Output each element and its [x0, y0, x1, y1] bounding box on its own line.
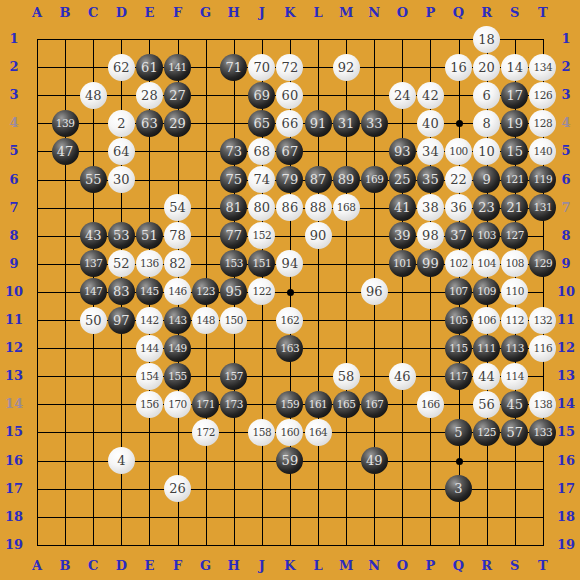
move-number: 110: [505, 285, 524, 298]
stone-black-167-N14: 167: [361, 391, 388, 418]
move-number: 94: [282, 257, 299, 270]
stone-white-112-S11: 112: [501, 307, 528, 334]
stone-black-63-E4: 63: [136, 110, 163, 137]
stone-black-143-F11: 143: [164, 307, 191, 334]
stone-black-157-H13: 157: [220, 363, 247, 390]
stone-black-49-N16: 49: [361, 447, 388, 474]
move-number: 36: [450, 201, 467, 214]
move-number: 22: [450, 173, 467, 186]
move-number: 102: [449, 257, 468, 270]
row-label-left-13: 13: [2, 369, 26, 383]
move-number: 48: [85, 89, 102, 102]
stone-white-172-G15: 172: [192, 419, 219, 446]
move-number: 163: [281, 342, 300, 355]
stone-black-75-H6: 75: [220, 166, 247, 193]
move-number: 98: [422, 229, 439, 242]
move-number: 28: [141, 89, 158, 102]
move-number: 154: [140, 370, 159, 383]
stone-white-38-P7: 38: [417, 194, 444, 221]
row-label-right-10: 10: [554, 285, 578, 299]
stone-black-33-N4: 33: [361, 110, 388, 137]
stone-white-86-K7: 86: [276, 194, 303, 221]
row-label-left-6: 6: [2, 173, 26, 187]
stone-black-45-S14: 45: [501, 391, 528, 418]
column-label-bottom-G: G: [194, 559, 218, 573]
move-number: 83: [113, 285, 130, 298]
row-label-right-17: 17: [554, 482, 578, 496]
stone-white-54-F7: 54: [164, 194, 191, 221]
stone-white-108-S9: 108: [501, 250, 528, 277]
move-number: 24: [394, 89, 411, 102]
move-number: 4: [117, 454, 125, 467]
column-label-bottom-P: P: [418, 559, 442, 573]
stone-white-26-F17: 26: [164, 475, 191, 502]
stone-black-77-H8: 77: [220, 222, 247, 249]
stone-white-126-T3: 126: [529, 82, 556, 109]
column-label-top-D: D: [109, 6, 133, 20]
stone-white-148-G11: 148: [192, 307, 219, 334]
row-label-left-12: 12: [2, 341, 26, 355]
move-number: 55: [85, 173, 102, 186]
move-number: 91: [310, 117, 327, 130]
move-number: 67: [282, 145, 299, 158]
move-number: 3: [454, 482, 462, 495]
move-number: 69: [254, 89, 271, 102]
move-number: 143: [168, 314, 187, 327]
move-number: 168: [337, 201, 356, 214]
move-number: 51: [141, 229, 158, 242]
stone-black-125-R15: 125: [473, 419, 500, 446]
move-number: 46: [394, 370, 411, 383]
stone-black-133-T15: 133: [529, 419, 556, 446]
stone-white-102-Q9: 102: [445, 250, 472, 277]
row-label-right-15: 15: [554, 425, 578, 439]
stone-white-152-J8: 152: [248, 222, 275, 249]
row-label-right-6: 6: [554, 173, 578, 187]
row-label-left-8: 8: [2, 229, 26, 243]
move-number: 149: [168, 342, 187, 355]
column-label-bottom-R: R: [475, 559, 499, 573]
stone-black-99-P9: 99: [417, 250, 444, 277]
move-number: 15: [506, 145, 523, 158]
column-label-top-E: E: [137, 6, 161, 20]
stone-white-140-T5: 140: [529, 138, 556, 165]
move-number: 20: [478, 61, 495, 74]
stone-white-90-L8: 90: [305, 222, 332, 249]
move-number: 96: [366, 285, 383, 298]
column-label-bottom-N: N: [362, 559, 386, 573]
move-number: 44: [478, 370, 495, 383]
move-number: 89: [338, 173, 355, 186]
move-number: 155: [168, 370, 187, 383]
move-number: 133: [534, 426, 553, 439]
move-number: 39: [394, 229, 411, 242]
row-label-right-5: 5: [554, 144, 578, 158]
move-number: 137: [84, 257, 103, 270]
stone-black-57-S15: 57: [501, 419, 528, 446]
stone-white-50-C11: 50: [80, 307, 107, 334]
stone-black-173-H14: 173: [220, 391, 247, 418]
stone-black-151-J9: 151: [248, 250, 275, 277]
stone-black-19-S4: 19: [501, 110, 528, 137]
stone-black-131-T7: 131: [529, 194, 556, 221]
row-label-right-12: 12: [554, 341, 578, 355]
stone-black-137-C9: 137: [80, 250, 107, 277]
move-number: 93: [394, 145, 411, 158]
move-number: 54: [169, 201, 186, 214]
row-label-left-19: 19: [2, 538, 26, 552]
move-number: 75: [225, 173, 242, 186]
stone-black-105-Q11: 105: [445, 307, 472, 334]
column-label-top-N: N: [362, 6, 386, 20]
stone-white-128-T4: 128: [529, 110, 556, 137]
column-label-top-P: P: [418, 6, 442, 20]
stone-black-81-H7: 81: [220, 194, 247, 221]
board-horizontal-line: [37, 517, 544, 518]
move-number: 52: [113, 257, 130, 270]
column-label-bottom-Q: Q: [447, 559, 471, 573]
stone-black-31-M4: 31: [333, 110, 360, 137]
move-number: 74: [254, 173, 271, 186]
stone-black-103-R8: 103: [473, 222, 500, 249]
stone-black-117-Q13: 117: [445, 363, 472, 390]
stone-white-6-R3: 6: [473, 82, 500, 109]
stone-black-3-Q17: 3: [445, 475, 472, 502]
move-number: 109: [477, 285, 496, 298]
move-number: 63: [141, 117, 158, 130]
stone-white-72-K2: 72: [276, 54, 303, 81]
row-label-left-9: 9: [2, 257, 26, 271]
stone-white-62-D2: 62: [108, 54, 135, 81]
stone-black-53-D8: 53: [108, 222, 135, 249]
stone-white-22-Q6: 22: [445, 166, 472, 193]
stone-black-129-T9: 129: [529, 250, 556, 277]
column-label-bottom-O: O: [390, 559, 414, 573]
stone-white-156-E14: 156: [136, 391, 163, 418]
move-number: 14: [506, 61, 523, 74]
move-number: 70: [254, 61, 271, 74]
column-label-top-B: B: [53, 6, 77, 20]
move-number: 122: [253, 285, 272, 298]
move-number: 17: [506, 89, 523, 102]
move-number: 10: [478, 145, 495, 158]
row-label-left-11: 11: [2, 313, 26, 327]
stone-white-162-K11: 162: [276, 307, 303, 334]
row-label-left-7: 7: [2, 201, 26, 215]
move-number: 134: [534, 61, 553, 74]
stone-white-166-P14: 166: [417, 391, 444, 418]
move-number: 166: [421, 398, 440, 411]
stone-white-80-J7: 80: [248, 194, 275, 221]
move-number: 60: [282, 89, 299, 102]
stone-white-122-J10: 122: [248, 278, 275, 305]
stone-white-116-T12: 116: [529, 335, 556, 362]
stone-white-48-C3: 48: [80, 82, 107, 109]
move-number: 92: [338, 61, 355, 74]
stone-black-51-E8: 51: [136, 222, 163, 249]
stone-white-34-P5: 34: [417, 138, 444, 165]
move-number: 38: [422, 201, 439, 214]
stone-black-69-J3: 69: [248, 82, 275, 109]
column-label-top-R: R: [475, 6, 499, 20]
move-number: 139: [56, 117, 75, 130]
stone-white-160-K15: 160: [276, 419, 303, 446]
move-number: 150: [224, 314, 243, 327]
move-number: 43: [85, 229, 102, 242]
stone-white-44-R13: 44: [473, 363, 500, 390]
row-label-right-14: 14: [554, 397, 578, 411]
stone-black-87-L6: 87: [305, 166, 332, 193]
star-point-K10: [287, 289, 294, 296]
stone-black-107-Q10: 107: [445, 278, 472, 305]
move-number: 140: [534, 145, 553, 158]
stone-white-18-R1: 18: [473, 26, 500, 53]
stone-white-138-T14: 138: [529, 391, 556, 418]
row-label-right-9: 9: [554, 257, 578, 271]
stone-white-168-M7: 168: [333, 194, 360, 221]
move-number: 31: [338, 117, 355, 130]
move-number: 157: [224, 370, 243, 383]
stone-black-165-M14: 165: [333, 391, 360, 418]
move-number: 50: [85, 314, 102, 327]
stone-black-83-D10: 83: [108, 278, 135, 305]
move-number: 169: [365, 173, 384, 186]
stone-black-73-H5: 73: [220, 138, 247, 165]
stone-black-59-K16: 59: [276, 447, 303, 474]
stone-white-66-K4: 66: [276, 110, 303, 137]
move-number: 30: [113, 173, 130, 186]
stone-black-155-F13: 155: [164, 363, 191, 390]
move-number: 144: [140, 342, 159, 355]
stone-black-113-S12: 113: [501, 335, 528, 362]
stone-black-161-L14: 161: [305, 391, 332, 418]
stone-white-8-R4: 8: [473, 110, 500, 137]
board-vertical-line: [402, 39, 403, 546]
row-label-left-10: 10: [2, 285, 26, 299]
move-number: 49: [366, 454, 383, 467]
row-label-left-5: 5: [2, 144, 26, 158]
row-label-right-4: 4: [554, 116, 578, 130]
move-number: 103: [477, 229, 496, 242]
move-number: 90: [310, 229, 327, 242]
stone-black-29-F4: 29: [164, 110, 191, 137]
stone-black-79-K6: 79: [276, 166, 303, 193]
stone-white-20-R2: 20: [473, 54, 500, 81]
move-number: 106: [477, 314, 496, 327]
row-label-left-16: 16: [2, 454, 26, 468]
stone-white-2-D4: 2: [108, 110, 135, 137]
stone-white-4-D16: 4: [108, 447, 135, 474]
move-number: 18: [478, 33, 495, 46]
stone-black-21-S7: 21: [501, 194, 528, 221]
stone-black-43-C8: 43: [80, 222, 107, 249]
stone-white-100-Q5: 100: [445, 138, 472, 165]
stone-white-114-S13: 114: [501, 363, 528, 390]
column-label-bottom-D: D: [109, 559, 133, 573]
stone-black-27-F3: 27: [164, 82, 191, 109]
stone-white-68-J5: 68: [248, 138, 275, 165]
stone-white-164-L15: 164: [305, 419, 332, 446]
move-number: 128: [534, 117, 553, 130]
row-label-left-1: 1: [2, 32, 26, 46]
move-number: 121: [505, 173, 524, 186]
move-number: 123: [196, 285, 215, 298]
move-number: 126: [534, 89, 553, 102]
column-label-top-J: J: [250, 6, 274, 20]
column-label-top-K: K: [278, 6, 302, 20]
stone-black-111-R12: 111: [473, 335, 500, 362]
move-number: 88: [310, 201, 327, 214]
stone-white-104-R9: 104: [473, 250, 500, 277]
stone-black-171-G14: 171: [192, 391, 219, 418]
move-number: 101: [393, 257, 412, 270]
stone-white-28-E3: 28: [136, 82, 163, 109]
stone-white-98-P8: 98: [417, 222, 444, 249]
row-label-left-15: 15: [2, 425, 26, 439]
move-number: 64: [113, 145, 130, 158]
stone-black-41-O7: 41: [389, 194, 416, 221]
move-number: 151: [253, 257, 272, 270]
column-label-bottom-M: M: [334, 559, 358, 573]
move-number: 158: [253, 426, 272, 439]
stone-black-9-R6: 9: [473, 166, 500, 193]
move-number: 59: [282, 454, 299, 467]
move-number: 65: [254, 117, 271, 130]
move-number: 23: [478, 201, 495, 214]
stone-black-97-D11: 97: [108, 307, 135, 334]
move-number: 117: [449, 370, 468, 383]
row-label-left-17: 17: [2, 482, 26, 496]
row-label-right-1: 1: [554, 32, 578, 46]
column-label-bottom-A: A: [25, 559, 49, 573]
move-number: 113: [505, 342, 524, 355]
stone-white-60-K3: 60: [276, 82, 303, 109]
stone-white-74-J6: 74: [248, 166, 275, 193]
move-number: 27: [169, 89, 186, 102]
stone-black-145-E10: 145: [136, 278, 163, 305]
row-label-left-4: 4: [2, 116, 26, 130]
stone-white-30-D6: 30: [108, 166, 135, 193]
stone-white-142-E11: 142: [136, 307, 163, 334]
star-point-Q16: [456, 458, 463, 465]
stone-white-52-D9: 52: [108, 250, 135, 277]
row-label-right-18: 18: [554, 510, 578, 524]
stone-white-82-F9: 82: [164, 250, 191, 277]
move-number: 167: [365, 398, 384, 411]
move-number: 119: [534, 173, 553, 186]
row-label-right-13: 13: [554, 369, 578, 383]
move-number: 104: [477, 257, 496, 270]
stone-black-109-R10: 109: [473, 278, 500, 305]
move-number: 148: [196, 314, 215, 327]
move-number: 112: [505, 314, 524, 327]
stone-white-110-S10: 110: [501, 278, 528, 305]
move-number: 171: [196, 398, 215, 411]
move-number: 34: [422, 145, 439, 158]
move-number: 47: [57, 145, 74, 158]
stone-black-15-S5: 15: [501, 138, 528, 165]
column-label-bottom-S: S: [503, 559, 527, 573]
move-number: 80: [254, 201, 271, 214]
move-number: 165: [337, 398, 356, 411]
column-label-bottom-F: F: [166, 559, 190, 573]
stone-white-134-T2: 134: [529, 54, 556, 81]
move-number: 116: [534, 342, 553, 355]
move-number: 73: [225, 145, 242, 158]
move-number: 19: [506, 117, 523, 130]
column-label-bottom-E: E: [137, 559, 161, 573]
row-label-right-8: 8: [554, 229, 578, 243]
stone-black-25-O6: 25: [389, 166, 416, 193]
column-label-top-Q: Q: [447, 6, 471, 20]
stone-black-5-Q15: 5: [445, 419, 472, 446]
move-number: 127: [505, 229, 524, 242]
move-number: 161: [309, 398, 328, 411]
stone-white-150-H11: 150: [220, 307, 247, 334]
move-number: 8: [482, 117, 490, 130]
move-number: 99: [422, 257, 439, 270]
row-label-left-2: 2: [2, 60, 26, 74]
stone-black-101-O9: 101: [389, 250, 416, 277]
move-number: 86: [282, 201, 299, 214]
stone-black-47-B5: 47: [52, 138, 79, 165]
stone-black-121-S6: 121: [501, 166, 528, 193]
move-number: 136: [140, 257, 159, 270]
stone-white-94-K9: 94: [276, 250, 303, 277]
move-number: 129: [534, 257, 553, 270]
stone-black-163-K12: 163: [276, 335, 303, 362]
column-label-bottom-T: T: [531, 559, 555, 573]
stone-black-169-N6: 169: [361, 166, 388, 193]
row-label-left-3: 3: [2, 88, 26, 102]
move-number: 142: [140, 314, 159, 327]
move-number: 77: [225, 229, 242, 242]
row-label-right-3: 3: [554, 88, 578, 102]
move-number: 115: [449, 342, 468, 355]
move-number: 111: [477, 342, 496, 355]
stone-black-139-B4: 139: [52, 110, 79, 137]
column-label-top-F: F: [166, 6, 190, 20]
move-number: 68: [254, 145, 271, 158]
column-label-bottom-J: J: [250, 559, 274, 573]
board-horizontal-line: [37, 545, 544, 546]
move-number: 40: [422, 117, 439, 130]
stone-white-10-R5: 10: [473, 138, 500, 165]
move-number: 173: [224, 398, 243, 411]
column-label-bottom-L: L: [306, 559, 330, 573]
move-number: 131: [534, 201, 553, 214]
column-label-top-C: C: [81, 6, 105, 20]
move-number: 153: [224, 257, 243, 270]
row-label-left-18: 18: [2, 510, 26, 524]
stone-black-149-F12: 149: [164, 335, 191, 362]
move-number: 21: [506, 201, 523, 214]
move-number: 125: [477, 426, 496, 439]
move-number: 58: [338, 370, 355, 383]
stone-white-24-O3: 24: [389, 82, 416, 109]
move-number: 35: [422, 173, 439, 186]
move-number: 95: [225, 285, 242, 298]
move-number: 108: [505, 257, 524, 270]
move-number: 82: [169, 257, 186, 270]
move-number: 114: [505, 370, 524, 383]
stone-white-56-R14: 56: [473, 391, 500, 418]
row-label-right-19: 19: [554, 538, 578, 552]
stone-white-42-P3: 42: [417, 82, 444, 109]
stone-white-58-M13: 58: [333, 363, 360, 390]
stone-black-67-K5: 67: [276, 138, 303, 165]
stone-black-95-H10: 95: [220, 278, 247, 305]
